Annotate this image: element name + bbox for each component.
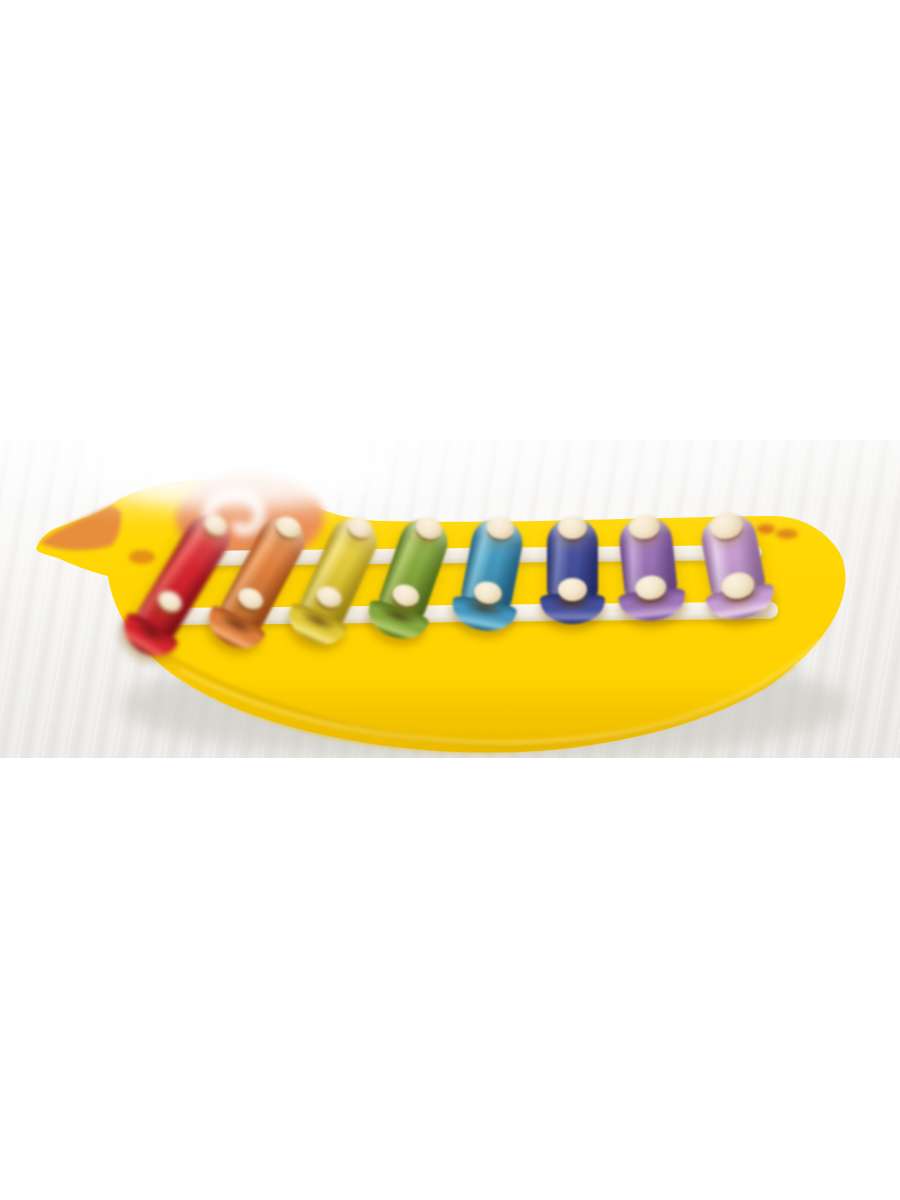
- bar-peg-near: [558, 578, 587, 601]
- photo-background: [0, 440, 900, 758]
- marketplace-photo-page: [0, 0, 900, 1200]
- xylophone-bar-purple: [610, 514, 687, 623]
- xylophone-bar-navy: [540, 519, 605, 624]
- duck-beak: [40, 505, 121, 550]
- bar-peg-far: [558, 516, 587, 539]
